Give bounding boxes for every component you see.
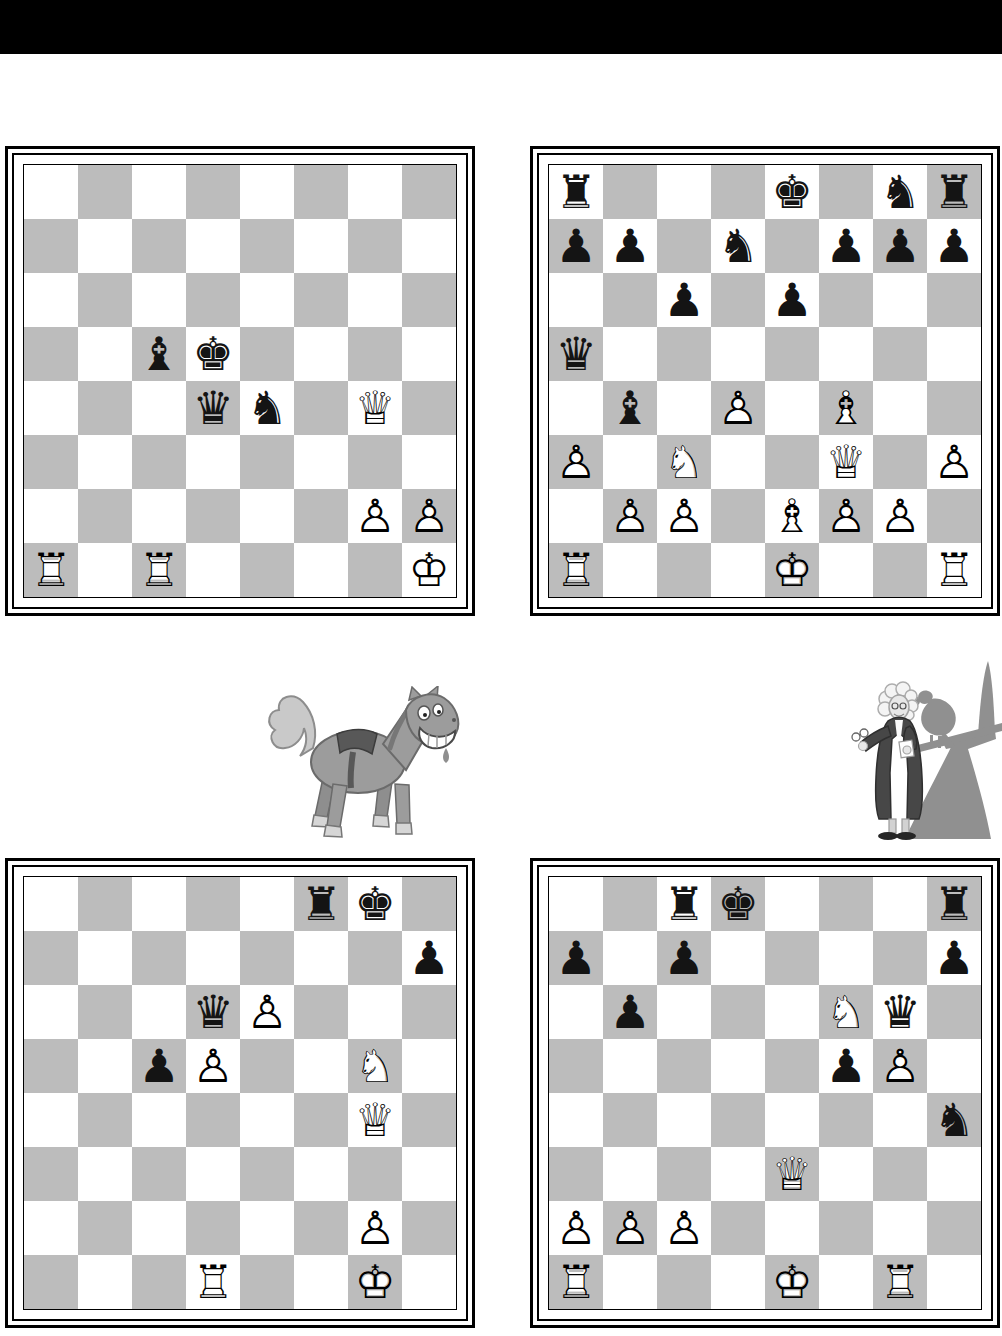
square-e8: ♚	[765, 165, 819, 219]
square-h5	[402, 1039, 456, 1093]
chess-diagram-bottom-left: ♜♚♟♛♟♙♟♟♙♞♘♛♕♟♙♜♖♚♔	[5, 858, 475, 1328]
square-f7	[294, 931, 348, 985]
white-pawn: ♟♙	[192, 1043, 233, 1089]
square-h7: ♟	[402, 931, 456, 985]
board-grid-top-left: ♝♚♛♞♛♕♟♙♟♙♜♖♜♖♚♔	[23, 164, 457, 598]
square-e8	[240, 877, 294, 931]
white-pawn: ♟♙	[354, 493, 395, 539]
black-pawn: ♟	[663, 277, 704, 323]
square-c5	[657, 327, 711, 381]
square-e5	[240, 1039, 294, 1093]
square-h2	[402, 1201, 456, 1255]
square-b4	[78, 381, 132, 435]
worksheet-page: ♝♚♛♞♛♕♟♙♟♙♜♖♜♖♚♔ ♜♚♞♜♟♟♞♟♟♟♟♟♛♝♟♙♝♗♟♙♞♘♛…	[0, 0, 1002, 1336]
square-f3	[294, 435, 348, 489]
square-f2	[294, 1201, 348, 1255]
black-bishop: ♝	[138, 331, 179, 377]
square-a2	[24, 1201, 78, 1255]
square-g1	[873, 543, 927, 597]
square-a6	[24, 985, 78, 1039]
square-e5	[765, 327, 819, 381]
square-e4	[240, 1093, 294, 1147]
square-e1: ♚♔	[765, 543, 819, 597]
square-g7: ♟	[873, 219, 927, 273]
square-f5: ♟	[819, 1039, 873, 1093]
square-g5: ♞♘	[348, 1039, 402, 1093]
square-c8	[132, 877, 186, 931]
black-pawn: ♟	[555, 223, 596, 269]
square-e8	[765, 877, 819, 931]
square-a4	[549, 381, 603, 435]
square-f1	[294, 543, 348, 597]
square-c8	[657, 165, 711, 219]
white-bishop: ♝♗	[825, 385, 866, 431]
square-b1	[78, 543, 132, 597]
board-frame: ♜♚♞♜♟♟♞♟♟♟♟♟♛♝♟♙♝♗♟♙♞♘♛♕♟♙♟♙♟♙♝♗♟♙♟♙♜♖♚♔…	[537, 153, 993, 609]
square-a3	[24, 435, 78, 489]
square-b6: ♟	[603, 985, 657, 1039]
square-h3	[402, 435, 456, 489]
square-h5	[927, 1039, 981, 1093]
square-f5	[294, 327, 348, 381]
square-h6	[402, 273, 456, 327]
square-c6	[132, 273, 186, 327]
black-pawn: ♟	[609, 223, 650, 269]
white-pawn: ♟♙	[879, 1043, 920, 1089]
square-h8	[402, 877, 456, 931]
square-c7	[132, 219, 186, 273]
square-h6	[402, 985, 456, 1039]
square-g8	[873, 877, 927, 931]
square-c4	[132, 1093, 186, 1147]
black-knight: ♞	[246, 385, 287, 431]
white-pawn: ♟♙	[408, 493, 449, 539]
square-f7: ♟	[819, 219, 873, 273]
black-pawn: ♟	[663, 935, 704, 981]
square-a8	[24, 165, 78, 219]
square-h1: ♚♔	[402, 543, 456, 597]
square-g6	[348, 273, 402, 327]
square-b5	[603, 1039, 657, 1093]
white-rook: ♜♖	[555, 1259, 596, 1305]
square-g3	[873, 435, 927, 489]
square-a3	[549, 1147, 603, 1201]
white-knight: ♞♘	[825, 989, 866, 1035]
square-a7: ♟	[549, 931, 603, 985]
square-b7	[78, 931, 132, 985]
square-g2	[873, 1201, 927, 1255]
square-a8	[24, 877, 78, 931]
square-c1	[657, 543, 711, 597]
square-g1: ♚♔	[348, 1255, 402, 1309]
header-bar	[0, 0, 1002, 54]
square-e1	[240, 1255, 294, 1309]
board-frame: ♜♚♜♟♟♟♟♞♘♛♟♟♙♞♛♕♟♙♟♙♟♙♜♖♚♔♜♖	[537, 865, 993, 1321]
square-a3	[24, 1147, 78, 1201]
square-b4: ♝	[603, 381, 657, 435]
square-h4: ♞	[927, 1093, 981, 1147]
square-d1	[711, 1255, 765, 1309]
square-h1	[402, 1255, 456, 1309]
square-e7	[765, 219, 819, 273]
white-queen: ♛♕	[354, 385, 395, 431]
square-g4: ♛♕	[348, 1093, 402, 1147]
square-d8	[186, 877, 240, 931]
square-e3	[240, 435, 294, 489]
square-d8: ♚	[711, 877, 765, 931]
vulture-silhouette	[918, 691, 956, 736]
square-c8	[132, 165, 186, 219]
square-d3	[186, 435, 240, 489]
square-d5	[711, 327, 765, 381]
black-pawn: ♟	[825, 223, 866, 269]
square-d2	[711, 489, 765, 543]
white-king: ♚♔	[408, 547, 449, 593]
square-f2: ♟♙	[819, 489, 873, 543]
square-c3: ♞♘	[657, 435, 711, 489]
square-g2: ♟♙	[348, 489, 402, 543]
square-g8: ♚	[348, 877, 402, 931]
black-pawn: ♟	[555, 935, 596, 981]
horse-tail	[269, 696, 315, 756]
square-b7: ♟	[603, 219, 657, 273]
white-pawn: ♟♙	[663, 493, 704, 539]
chess-diagram-top-left: ♝♚♛♞♛♕♟♙♟♙♜♖♜♖♚♔	[5, 146, 475, 616]
square-g2: ♟♙	[348, 1201, 402, 1255]
square-a8	[549, 877, 603, 931]
square-h1	[927, 1255, 981, 1309]
square-a1	[24, 1255, 78, 1309]
square-h5	[402, 327, 456, 381]
square-e4	[765, 381, 819, 435]
white-rook: ♜♖	[933, 547, 974, 593]
white-queen: ♛♕	[825, 439, 866, 485]
black-pawn: ♟	[609, 989, 650, 1035]
square-d6	[711, 273, 765, 327]
square-b2	[78, 489, 132, 543]
old-man-figure	[852, 682, 922, 840]
square-b2: ♟♙	[603, 1201, 657, 1255]
black-queen: ♛	[192, 385, 233, 431]
square-c6	[132, 985, 186, 1039]
square-e2	[240, 489, 294, 543]
square-c6	[657, 985, 711, 1039]
square-g2: ♟♙	[873, 489, 927, 543]
black-pawn: ♟	[138, 1043, 179, 1089]
square-d6	[711, 985, 765, 1039]
square-h4	[927, 381, 981, 435]
white-pawn: ♟♙	[354, 1205, 395, 1251]
square-d4	[711, 1093, 765, 1147]
square-e6: ♟	[765, 273, 819, 327]
black-rook: ♜	[933, 169, 974, 215]
square-h7	[402, 219, 456, 273]
man-with-vulture-shadow-cartoon	[848, 653, 1002, 845]
square-g1	[348, 543, 402, 597]
square-d3	[711, 435, 765, 489]
square-e3	[240, 1147, 294, 1201]
square-b7	[78, 219, 132, 273]
board-grid-top-right: ♜♚♞♜♟♟♞♟♟♟♟♟♛♝♟♙♝♗♟♙♞♘♛♕♟♙♟♙♟♙♝♗♟♙♟♙♜♖♚♔…	[548, 164, 982, 598]
square-h7: ♟	[927, 219, 981, 273]
square-d4: ♟♙	[711, 381, 765, 435]
square-b3	[603, 435, 657, 489]
square-e7	[240, 219, 294, 273]
square-b6	[78, 985, 132, 1039]
square-e6	[240, 273, 294, 327]
square-h6	[927, 273, 981, 327]
black-king: ♚	[354, 881, 395, 927]
black-bishop: ♝	[609, 385, 650, 431]
square-g5	[348, 327, 402, 381]
square-h4	[402, 1093, 456, 1147]
square-a3: ♟♙	[549, 435, 603, 489]
square-c3	[132, 1147, 186, 1201]
square-f1	[294, 1255, 348, 1309]
square-b2	[78, 1201, 132, 1255]
square-h1: ♜♖	[927, 543, 981, 597]
square-a7	[24, 931, 78, 985]
square-c2: ♟♙	[657, 1201, 711, 1255]
black-pawn: ♟	[771, 277, 812, 323]
square-g7	[348, 931, 402, 985]
horse-figure	[269, 686, 458, 837]
square-a4	[24, 381, 78, 435]
square-e1: ♚♔	[765, 1255, 819, 1309]
white-knight: ♞♘	[354, 1043, 395, 1089]
square-d3	[711, 1147, 765, 1201]
board-frame: ♜♚♟♛♟♙♟♟♙♞♘♛♕♟♙♜♖♚♔	[12, 865, 468, 1321]
square-e2	[765, 1201, 819, 1255]
square-b1	[603, 1255, 657, 1309]
square-f5	[819, 327, 873, 381]
white-rook: ♜♖	[138, 547, 179, 593]
black-king: ♚	[192, 331, 233, 377]
white-queen: ♛♕	[354, 1097, 395, 1143]
black-rook: ♜	[933, 881, 974, 927]
square-b5	[78, 327, 132, 381]
white-pawn: ♟♙	[879, 493, 920, 539]
square-f7	[819, 931, 873, 985]
square-e7	[765, 931, 819, 985]
white-rook: ♜♖	[192, 1259, 233, 1305]
square-g3	[873, 1147, 927, 1201]
chess-diagram-top-right: ♜♚♞♜♟♟♞♟♟♟♟♟♛♝♟♙♝♗♟♙♞♘♛♕♟♙♟♙♟♙♝♗♟♙♟♙♜♖♚♔…	[530, 146, 1000, 616]
square-d2	[186, 489, 240, 543]
square-b7	[603, 931, 657, 985]
square-e6: ♟♙	[240, 985, 294, 1039]
square-d1	[186, 543, 240, 597]
square-g8: ♞	[873, 165, 927, 219]
square-a2	[24, 489, 78, 543]
square-g7	[348, 219, 402, 273]
black-king: ♚	[771, 169, 812, 215]
square-g1: ♜♖	[873, 1255, 927, 1309]
square-h2	[927, 489, 981, 543]
square-d6: ♛	[186, 985, 240, 1039]
square-f4	[294, 381, 348, 435]
square-d7: ♞	[711, 219, 765, 273]
square-g7	[873, 931, 927, 985]
square-b6	[78, 273, 132, 327]
white-king: ♚♔	[771, 1259, 812, 1305]
square-g5	[873, 327, 927, 381]
black-rook: ♜	[300, 881, 341, 927]
square-c2: ♟♙	[657, 489, 711, 543]
square-b8	[603, 877, 657, 931]
square-c2	[132, 1201, 186, 1255]
white-pawn: ♟♙	[663, 1205, 704, 1251]
square-c7	[132, 931, 186, 985]
square-a5	[24, 1039, 78, 1093]
square-h2	[927, 1201, 981, 1255]
square-f3: ♛♕	[819, 435, 873, 489]
square-b4	[603, 1093, 657, 1147]
square-f3	[294, 1147, 348, 1201]
square-c1: ♜♖	[132, 543, 186, 597]
square-h7: ♟	[927, 931, 981, 985]
square-c1	[132, 1255, 186, 1309]
square-f6: ♞♘	[819, 985, 873, 1039]
board-frame: ♝♚♛♞♛♕♟♙♟♙♜♖♜♖♚♔	[12, 153, 468, 609]
square-a5	[24, 327, 78, 381]
square-c4	[657, 381, 711, 435]
black-pawn: ♟	[933, 935, 974, 981]
square-c5: ♟	[132, 1039, 186, 1093]
square-a7: ♟	[549, 219, 603, 273]
black-knight: ♞	[879, 169, 920, 215]
square-d5	[711, 1039, 765, 1093]
square-d8	[186, 165, 240, 219]
square-a4	[24, 1093, 78, 1147]
white-pawn: ♟♙	[246, 989, 287, 1035]
square-g6	[348, 985, 402, 1039]
white-queen: ♛♕	[771, 1151, 812, 1197]
square-e5	[765, 1039, 819, 1093]
square-b6	[603, 273, 657, 327]
board-grid-bottom-right: ♜♚♜♟♟♟♟♞♘♛♟♟♙♞♛♕♟♙♟♙♟♙♜♖♚♔♜♖	[548, 876, 982, 1310]
white-pawn: ♟♙	[609, 1205, 650, 1251]
square-b8	[78, 877, 132, 931]
square-g4	[873, 381, 927, 435]
square-d7	[186, 931, 240, 985]
square-a6	[24, 273, 78, 327]
square-a5	[549, 1039, 603, 1093]
square-f8: ♜	[294, 877, 348, 931]
square-g6	[873, 273, 927, 327]
square-c3	[132, 435, 186, 489]
square-h8: ♜	[927, 165, 981, 219]
square-h8: ♜	[927, 877, 981, 931]
square-f8	[294, 165, 348, 219]
square-d5: ♚	[186, 327, 240, 381]
square-e6	[765, 985, 819, 1039]
square-b5	[603, 327, 657, 381]
square-c2	[132, 489, 186, 543]
black-rook: ♜	[663, 881, 704, 927]
square-c3	[657, 1147, 711, 1201]
square-b4	[78, 1093, 132, 1147]
square-h3	[927, 1147, 981, 1201]
white-pawn: ♟♙	[555, 439, 596, 485]
square-g3	[348, 435, 402, 489]
square-d7	[711, 931, 765, 985]
black-pawn: ♟	[825, 1043, 866, 1089]
square-f7	[294, 219, 348, 273]
white-rook: ♜♖	[879, 1259, 920, 1305]
square-h6	[927, 985, 981, 1039]
black-knight: ♞	[933, 1097, 974, 1143]
square-e5	[240, 327, 294, 381]
square-d8	[711, 165, 765, 219]
horse-cartoon	[263, 686, 465, 844]
square-b3	[78, 435, 132, 489]
square-e1	[240, 543, 294, 597]
square-f2	[819, 1201, 873, 1255]
square-b3	[78, 1147, 132, 1201]
square-a6	[549, 985, 603, 1039]
white-pawn: ♟♙	[609, 493, 650, 539]
square-f8	[819, 877, 873, 931]
black-rook: ♜	[555, 169, 596, 215]
square-d2	[711, 1201, 765, 1255]
black-pawn: ♟	[933, 223, 974, 269]
square-d5: ♟♙	[186, 1039, 240, 1093]
square-d2	[186, 1201, 240, 1255]
square-c8: ♜	[657, 877, 711, 931]
square-c6: ♟	[657, 273, 711, 327]
black-queen: ♛	[555, 331, 596, 377]
square-f2	[294, 489, 348, 543]
square-c5	[657, 1039, 711, 1093]
square-a1: ♜♖	[549, 1255, 603, 1309]
square-h2: ♟♙	[402, 489, 456, 543]
square-f1	[819, 543, 873, 597]
square-c4	[657, 1093, 711, 1147]
square-b1	[78, 1255, 132, 1309]
square-e3	[765, 435, 819, 489]
square-a4	[549, 1093, 603, 1147]
square-f1	[819, 1255, 873, 1309]
square-a1: ♜♖	[24, 543, 78, 597]
square-e3: ♛♕	[765, 1147, 819, 1201]
square-d1: ♜♖	[186, 1255, 240, 1309]
white-knight: ♞♘	[663, 439, 704, 485]
square-e4: ♞	[240, 381, 294, 435]
square-c5: ♝	[132, 327, 186, 381]
black-queen: ♛	[192, 989, 233, 1035]
square-f3	[819, 1147, 873, 1201]
square-g5: ♟♙	[873, 1039, 927, 1093]
square-d6	[186, 273, 240, 327]
square-b1	[603, 543, 657, 597]
white-pawn: ♟♙	[555, 1205, 596, 1251]
square-h4	[402, 381, 456, 435]
white-pawn: ♟♙	[933, 439, 974, 485]
square-d7	[186, 219, 240, 273]
black-pawn: ♟	[408, 935, 449, 981]
square-d3	[186, 1147, 240, 1201]
square-e2: ♝♗	[765, 489, 819, 543]
square-f6	[294, 273, 348, 327]
white-rook: ♜♖	[30, 547, 71, 593]
white-king: ♚♔	[771, 547, 812, 593]
square-a2: ♟♙	[549, 1201, 603, 1255]
square-c4	[132, 381, 186, 435]
square-h5	[927, 327, 981, 381]
square-b8	[78, 165, 132, 219]
square-f4	[819, 1093, 873, 1147]
